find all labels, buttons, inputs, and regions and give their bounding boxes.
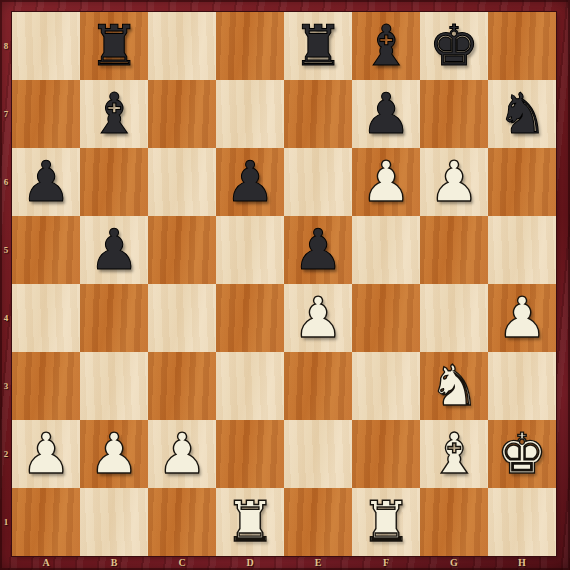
white-pawn[interactable]: ♟: [497, 284, 547, 352]
board-frame: ♜♜♝♚♝♟♞♟♟♟♟♟♟♟♟♞♟♟♟♝♚♜♜ 87654321 ABCDEFG…: [0, 0, 570, 570]
square-d8[interactable]: [216, 12, 284, 80]
square-e7[interactable]: [284, 80, 352, 148]
square-e4[interactable]: ♟: [284, 284, 352, 352]
white-rook[interactable]: ♜: [225, 488, 275, 556]
white-king[interactable]: ♚: [497, 420, 547, 488]
square-g2[interactable]: ♝: [420, 420, 488, 488]
square-b7[interactable]: ♝: [80, 80, 148, 148]
square-g7[interactable]: [420, 80, 488, 148]
black-bishop[interactable]: ♝: [361, 12, 411, 80]
square-c4[interactable]: [148, 284, 216, 352]
square-e6[interactable]: [284, 148, 352, 216]
square-b4[interactable]: [80, 284, 148, 352]
square-a8[interactable]: [12, 12, 80, 80]
rank-label-3: 3: [0, 352, 12, 420]
white-pawn[interactable]: ♟: [429, 148, 479, 216]
square-g4[interactable]: [420, 284, 488, 352]
square-b6[interactable]: [80, 148, 148, 216]
rank-label-1: 1: [0, 488, 12, 556]
square-e8[interactable]: ♜: [284, 12, 352, 80]
square-e5[interactable]: ♟: [284, 216, 352, 284]
black-pawn[interactable]: ♟: [21, 148, 71, 216]
file-label-e: E: [284, 556, 352, 570]
rank-label-5: 5: [0, 216, 12, 284]
white-pawn[interactable]: ♟: [293, 284, 343, 352]
square-c8[interactable]: [148, 12, 216, 80]
file-label-h: H: [488, 556, 556, 570]
rank-label-2: 2: [0, 420, 12, 488]
square-d1[interactable]: ♜: [216, 488, 284, 556]
file-label-g: G: [420, 556, 488, 570]
black-king[interactable]: ♚: [429, 12, 479, 80]
square-a6[interactable]: ♟: [12, 148, 80, 216]
white-pawn[interactable]: ♟: [157, 420, 207, 488]
square-h8[interactable]: [488, 12, 556, 80]
square-b2[interactable]: ♟: [80, 420, 148, 488]
square-h7[interactable]: ♞: [488, 80, 556, 148]
square-e3[interactable]: [284, 352, 352, 420]
rank-label-8: 8: [0, 12, 12, 80]
square-b5[interactable]: ♟: [80, 216, 148, 284]
square-g6[interactable]: ♟: [420, 148, 488, 216]
black-rook[interactable]: ♜: [89, 12, 139, 80]
rank-label-4: 4: [0, 284, 12, 352]
square-h2[interactable]: ♚: [488, 420, 556, 488]
square-f2[interactable]: [352, 420, 420, 488]
square-d5[interactable]: [216, 216, 284, 284]
white-bishop[interactable]: ♝: [429, 420, 479, 488]
square-a1[interactable]: [12, 488, 80, 556]
white-pawn[interactable]: ♟: [21, 420, 71, 488]
black-bishop[interactable]: ♝: [89, 80, 139, 148]
square-a5[interactable]: [12, 216, 80, 284]
square-h1[interactable]: [488, 488, 556, 556]
square-f4[interactable]: [352, 284, 420, 352]
square-g8[interactable]: ♚: [420, 12, 488, 80]
white-pawn[interactable]: ♟: [89, 420, 139, 488]
square-b1[interactable]: [80, 488, 148, 556]
square-c5[interactable]: [148, 216, 216, 284]
square-d3[interactable]: [216, 352, 284, 420]
square-a2[interactable]: ♟: [12, 420, 80, 488]
black-rook[interactable]: ♜: [293, 12, 343, 80]
file-label-b: B: [80, 556, 148, 570]
file-label-a: A: [12, 556, 80, 570]
square-f7[interactable]: ♟: [352, 80, 420, 148]
square-e2[interactable]: [284, 420, 352, 488]
file-label-c: C: [148, 556, 216, 570]
square-h3[interactable]: [488, 352, 556, 420]
rank-label-6: 6: [0, 148, 12, 216]
square-g3[interactable]: ♞: [420, 352, 488, 420]
square-f6[interactable]: ♟: [352, 148, 420, 216]
square-a7[interactable]: [12, 80, 80, 148]
white-knight[interactable]: ♞: [429, 352, 479, 420]
square-e1[interactable]: [284, 488, 352, 556]
white-pawn[interactable]: ♟: [361, 148, 411, 216]
square-d2[interactable]: [216, 420, 284, 488]
square-a4[interactable]: [12, 284, 80, 352]
square-d4[interactable]: [216, 284, 284, 352]
rank-label-7: 7: [0, 80, 12, 148]
square-c7[interactable]: [148, 80, 216, 148]
chess-board: ♜♜♝♚♝♟♞♟♟♟♟♟♟♟♟♞♟♟♟♝♚♜♜: [12, 12, 556, 556]
black-knight[interactable]: ♞: [497, 80, 547, 148]
square-c1[interactable]: [148, 488, 216, 556]
square-f8[interactable]: ♝: [352, 12, 420, 80]
square-g1[interactable]: [420, 488, 488, 556]
square-g5[interactable]: [420, 216, 488, 284]
black-pawn[interactable]: ♟: [225, 148, 275, 216]
square-f3[interactable]: [352, 352, 420, 420]
square-c3[interactable]: [148, 352, 216, 420]
square-h6[interactable]: [488, 148, 556, 216]
white-rook[interactable]: ♜: [361, 488, 411, 556]
file-label-d: D: [216, 556, 284, 570]
square-c6[interactable]: [148, 148, 216, 216]
file-label-f: F: [352, 556, 420, 570]
square-a3[interactable]: [12, 352, 80, 420]
square-h4[interactable]: ♟: [488, 284, 556, 352]
black-pawn[interactable]: ♟: [361, 80, 411, 148]
square-f1[interactable]: ♜: [352, 488, 420, 556]
square-b8[interactable]: ♜: [80, 12, 148, 80]
square-d6[interactable]: ♟: [216, 148, 284, 216]
square-d7[interactable]: [216, 80, 284, 148]
file-labels: ABCDEFGH: [12, 556, 556, 570]
black-pawn[interactable]: ♟: [89, 216, 139, 284]
black-pawn[interactable]: ♟: [293, 216, 343, 284]
square-b3[interactable]: [80, 352, 148, 420]
rank-labels: 87654321: [0, 12, 12, 556]
square-h5[interactable]: [488, 216, 556, 284]
square-f5[interactable]: [352, 216, 420, 284]
square-c2[interactable]: ♟: [148, 420, 216, 488]
